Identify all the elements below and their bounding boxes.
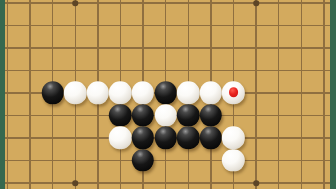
board-cell-r5-c1[interactable] xyxy=(19,104,42,127)
board-cell-r1-c9[interactable] xyxy=(200,14,223,37)
board-cell-r8-c12[interactable] xyxy=(267,172,290,189)
board-cell-r2-c9[interactable] xyxy=(200,37,223,60)
board-cell-r0-c3[interactable] xyxy=(64,0,87,14)
board-cell-r5-c5[interactable] xyxy=(109,104,132,127)
board-cell-r1-c3[interactable] xyxy=(64,14,87,37)
board-cell-r3-c5[interactable] xyxy=(109,59,132,82)
board-cell-r2-c11[interactable] xyxy=(245,37,268,60)
board-cell-r5-c7[interactable] xyxy=(154,104,177,127)
board-cell-r7-c7[interactable] xyxy=(154,149,177,172)
board-cell-r5-c13[interactable] xyxy=(290,104,313,127)
board-cell-r6-c7[interactable] xyxy=(154,127,177,150)
board-cell-r2-c6[interactable] xyxy=(132,37,155,60)
board-cell-r7-c6[interactable] xyxy=(132,149,155,172)
board-cell-r6-c11[interactable] xyxy=(245,127,268,150)
board-cell-r7-c13[interactable] xyxy=(290,149,313,172)
board-cell-r0-c6[interactable] xyxy=(132,0,155,14)
board-cell-r7-c2[interactable] xyxy=(41,149,64,172)
board-cell-r5-c3[interactable] xyxy=(64,104,87,127)
board-cell-r6-c13[interactable] xyxy=(290,127,313,150)
board-cell-r8-c3[interactable] xyxy=(64,172,87,189)
board-cell-r2-c3[interactable] xyxy=(64,37,87,60)
board-cell-r4-c9[interactable] xyxy=(200,82,223,105)
board-cell-r5-c9[interactable] xyxy=(200,104,223,127)
board-cell-r3-c12[interactable] xyxy=(267,59,290,82)
board-cell-r8-c1[interactable] xyxy=(19,172,42,189)
white-stone xyxy=(222,127,244,149)
board-cell-r8-c4[interactable] xyxy=(87,172,110,189)
board-cell-r7-c10[interactable] xyxy=(222,149,245,172)
board-cell-r5-c12[interactable] xyxy=(267,104,290,127)
board-cell-r8-c10[interactable] xyxy=(222,172,245,189)
board-cell-r1-c7[interactable] xyxy=(154,14,177,37)
board-cell-r0-c8[interactable] xyxy=(177,0,200,14)
board-cell-r3-c8[interactable] xyxy=(177,59,200,82)
board-cell-r8-c13[interactable] xyxy=(290,172,313,189)
board-cell-r6-c9[interactable] xyxy=(200,127,223,150)
goban xyxy=(0,0,335,189)
board-cell-r3-c2[interactable] xyxy=(41,59,64,82)
board-cell-r5-c6[interactable] xyxy=(132,104,155,127)
board-cell-r0-c9[interactable] xyxy=(200,0,223,14)
black-stone xyxy=(154,82,176,104)
board-cell-r0-c11[interactable] xyxy=(245,0,268,14)
board-cell-r3-c10[interactable] xyxy=(222,59,245,82)
board-cell-r5-c10[interactable] xyxy=(222,104,245,127)
board-cell-r8-c8[interactable] xyxy=(177,172,200,189)
left-frame-bar xyxy=(0,0,5,189)
board-cell-r6-c5[interactable] xyxy=(109,127,132,150)
board-cell-r0-c1[interactable] xyxy=(19,0,42,14)
board-cell-r0-c12[interactable] xyxy=(267,0,290,14)
black-stone xyxy=(41,82,63,104)
board-cell-r3-c9[interactable] xyxy=(200,59,223,82)
white-stone xyxy=(177,82,199,104)
board-cell-r8-c7[interactable] xyxy=(154,172,177,189)
board-cell-r8-c5[interactable] xyxy=(109,172,132,189)
board-cell-r2-c5[interactable] xyxy=(109,37,132,60)
board-cell-r4-c2[interactable] xyxy=(41,82,64,105)
board-cell-r4-c3[interactable] xyxy=(64,82,87,105)
white-stone xyxy=(200,82,222,104)
board-cell-r8-c11[interactable] xyxy=(245,172,268,189)
white-stone xyxy=(154,104,176,126)
board-cell-r3-c3[interactable] xyxy=(64,59,87,82)
board-cell-r8-c2[interactable] xyxy=(41,172,64,189)
white-stone xyxy=(109,82,131,104)
board-cell-r1-c13[interactable] xyxy=(290,14,313,37)
white-stone xyxy=(109,127,131,149)
board-cell-r0-c10[interactable] xyxy=(222,0,245,14)
board-cell-r6-c12[interactable] xyxy=(267,127,290,150)
board-cell-r0-c5[interactable] xyxy=(109,0,132,14)
right-frame-bar xyxy=(330,0,336,189)
board-cell-r4-c13[interactable] xyxy=(290,82,313,105)
board-cell-r1-c12[interactable] xyxy=(267,14,290,37)
board-cell-r7-c8[interactable] xyxy=(177,149,200,172)
board-cell-r8-c9[interactable] xyxy=(200,172,223,189)
board-cell-r4-c8[interactable] xyxy=(177,82,200,105)
board-cell-r1-c4[interactable] xyxy=(87,14,110,37)
white-stone xyxy=(87,82,109,104)
board-cell-r7-c12[interactable] xyxy=(267,149,290,172)
go-app-screen xyxy=(0,0,336,189)
board-cell-r0-c4[interactable] xyxy=(87,0,110,14)
board-cell-r0-c13[interactable] xyxy=(290,0,313,14)
board-cell-r1-c10[interactable] xyxy=(222,14,245,37)
board-cell-r1-c2[interactable] xyxy=(41,14,64,37)
white-stone xyxy=(64,82,86,104)
board-cell-r4-c7[interactable] xyxy=(154,82,177,105)
board-viewport xyxy=(0,0,336,189)
board-cell-r7-c1[interactable] xyxy=(19,149,42,172)
board-cell-r5-c8[interactable] xyxy=(177,104,200,127)
board-cell-r3-c13[interactable] xyxy=(290,59,313,82)
board-cell-r2-c2[interactable] xyxy=(41,37,64,60)
board-cell-r2-c4[interactable] xyxy=(87,37,110,60)
board-cell-r6-c1[interactable] xyxy=(19,127,42,150)
black-stone xyxy=(154,127,176,149)
board-cell-r7-c3[interactable] xyxy=(64,149,87,172)
board-cell-r4-c12[interactable] xyxy=(267,82,290,105)
black-stone xyxy=(132,149,154,171)
board-cell-r6-c8[interactable] xyxy=(177,127,200,150)
board-cell-r7-c5[interactable] xyxy=(109,149,132,172)
board-cell-r1-c1[interactable] xyxy=(19,14,42,37)
board-cell-r7-c11[interactable] xyxy=(245,149,268,172)
black-stone xyxy=(200,104,222,126)
board-cell-r2-c7[interactable] xyxy=(154,37,177,60)
board-cell-r2-c10[interactable] xyxy=(222,37,245,60)
last-move-marker xyxy=(229,88,239,98)
black-stone xyxy=(132,104,154,126)
board-cell-r2-c13[interactable] xyxy=(290,37,313,60)
board-cell-r6-c3[interactable] xyxy=(64,127,87,150)
board-cell-r5-c4[interactable] xyxy=(87,104,110,127)
black-stone xyxy=(132,127,154,149)
board-cell-r8-c6[interactable] xyxy=(132,172,155,189)
board-cell-r3-c1[interactable] xyxy=(19,59,42,82)
board-cell-r3-c6[interactable] xyxy=(132,59,155,82)
board-cell-r6-c6[interactable] xyxy=(132,127,155,150)
board-cell-r5-c2[interactable] xyxy=(41,104,64,127)
black-stone xyxy=(200,127,222,149)
board-cell-r6-c2[interactable] xyxy=(41,127,64,150)
board-cell-r4-c10[interactable] xyxy=(222,82,245,105)
board-cell-r4-c5[interactable] xyxy=(109,82,132,105)
board-cell-r2-c8[interactable] xyxy=(177,37,200,60)
board-cell-r2-c1[interactable] xyxy=(19,37,42,60)
board-cell-r4-c4[interactable] xyxy=(87,82,110,105)
board-cell-r1-c11[interactable] xyxy=(245,14,268,37)
board-cell-r0-c7[interactable] xyxy=(154,0,177,14)
black-stone xyxy=(109,104,131,126)
white-stone xyxy=(222,149,244,171)
white-stone xyxy=(222,82,244,104)
board-cell-r5-c11[interactable] xyxy=(245,104,268,127)
board-cell-r0-c2[interactable] xyxy=(41,0,64,14)
board-cell-r4-c11[interactable] xyxy=(245,82,268,105)
board-cell-r3-c11[interactable] xyxy=(245,59,268,82)
board-cell-r2-c12[interactable] xyxy=(267,37,290,60)
board-cell-r1-c6[interactable] xyxy=(132,14,155,37)
board-cell-r4-c6[interactable] xyxy=(132,82,155,105)
black-stone xyxy=(177,127,199,149)
black-stone xyxy=(177,104,199,126)
board-cell-r1-c8[interactable] xyxy=(177,14,200,37)
white-stone xyxy=(132,82,154,104)
board-cell-r3-c7[interactable] xyxy=(154,59,177,82)
board-cell-r1-c5[interactable] xyxy=(109,14,132,37)
board-cell-r6-c10[interactable] xyxy=(222,127,245,150)
board-cell-r3-c4[interactable] xyxy=(87,59,110,82)
board-cell-r4-c1[interactable] xyxy=(19,82,42,105)
board-cell-r7-c4[interactable] xyxy=(87,149,110,172)
board-cell-r6-c4[interactable] xyxy=(87,127,110,150)
board-cell-r7-c9[interactable] xyxy=(200,149,223,172)
